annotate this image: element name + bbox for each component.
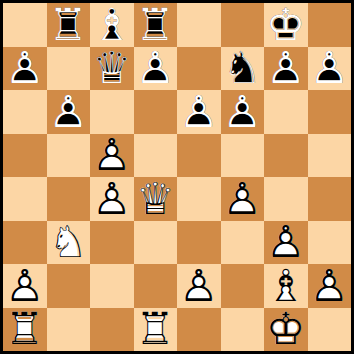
piece-glyph-detail: ♕︎ (90, 47, 134, 91)
square-b3[interactable]: ♞︎♘︎ (47, 221, 91, 265)
square-b1[interactable] (47, 308, 91, 352)
square-d5[interactable] (134, 134, 178, 178)
piece-glyph-detail: ♙︎ (134, 47, 178, 91)
piece-glyph-detail: ♙︎ (47, 90, 91, 134)
piece-glyph-base: ♟︎ (308, 264, 352, 308)
square-f4[interactable]: ♟︎♙︎ (221, 177, 265, 221)
piece-glyph-base: ♜︎ (134, 308, 178, 352)
black-pawn-piece[interactable]: ♟︎♙︎ (221, 90, 265, 134)
chess-board: ♜︎♖︎♝︎♗︎♜︎♖︎♚︎♔︎♟︎♙︎♛︎♕︎♟︎♙︎♞︎♘︎♟︎♙︎♟︎♙︎… (3, 3, 351, 351)
square-c5[interactable]: ♟︎♙︎ (90, 134, 134, 178)
piece-glyph-detail: ♙︎ (3, 47, 47, 91)
square-c2[interactable] (90, 264, 134, 308)
piece-glyph-base: ♟︎ (134, 47, 178, 91)
piece-glyph-base: ♝︎ (90, 3, 134, 47)
square-d4[interactable]: ♛︎♕︎ (134, 177, 178, 221)
square-a4[interactable] (3, 177, 47, 221)
white-pawn-piece[interactable]: ♟︎♙︎ (90, 134, 134, 178)
square-h2[interactable]: ♟︎♙︎ (308, 264, 352, 308)
square-b8[interactable]: ♜︎♖︎ (47, 3, 91, 47)
square-f7[interactable]: ♞︎♘︎ (221, 47, 265, 91)
piece-glyph-base: ♟︎ (221, 177, 265, 221)
square-c3[interactable] (90, 221, 134, 265)
square-b4[interactable] (47, 177, 91, 221)
piece-glyph-base: ♜︎ (47, 3, 91, 47)
square-f8[interactable] (221, 3, 265, 47)
piece-glyph-base: ♟︎ (264, 221, 308, 265)
black-rook-piece[interactable]: ♜︎♖︎ (134, 3, 178, 47)
square-f1[interactable] (221, 308, 265, 352)
black-pawn-piece[interactable]: ♟︎♙︎ (177, 90, 221, 134)
piece-glyph-base: ♟︎ (3, 47, 47, 91)
chess-board-frame: ♜︎♖︎♝︎♗︎♜︎♖︎♚︎♔︎♟︎♙︎♛︎♕︎♟︎♙︎♞︎♘︎♟︎♙︎♟︎♙︎… (0, 0, 354, 354)
square-a7[interactable]: ♟︎♙︎ (3, 47, 47, 91)
piece-glyph-detail: ♖︎ (134, 308, 178, 352)
square-e2[interactable]: ♟︎♙︎ (177, 264, 221, 308)
square-g7[interactable]: ♟︎♙︎ (264, 47, 308, 91)
piece-glyph-base: ♟︎ (90, 134, 134, 178)
square-b5[interactable] (47, 134, 91, 178)
square-h6[interactable] (308, 90, 352, 134)
square-f2[interactable] (221, 264, 265, 308)
square-c8[interactable]: ♝︎♗︎ (90, 3, 134, 47)
square-f6[interactable]: ♟︎♙︎ (221, 90, 265, 134)
square-g2[interactable]: ♝︎♗︎ (264, 264, 308, 308)
square-b6[interactable]: ♟︎♙︎ (47, 90, 91, 134)
square-c6[interactable] (90, 90, 134, 134)
piece-glyph-detail: ♖︎ (134, 3, 178, 47)
white-pawn-piece[interactable]: ♟︎♙︎ (221, 177, 265, 221)
piece-glyph-detail: ♙︎ (308, 264, 352, 308)
square-h8[interactable] (308, 3, 352, 47)
black-rook-piece[interactable]: ♜︎♖︎ (47, 3, 91, 47)
square-a5[interactable] (3, 134, 47, 178)
square-g1[interactable]: ♚︎♔︎ (264, 308, 308, 352)
square-d3[interactable] (134, 221, 178, 265)
square-g4[interactable] (264, 177, 308, 221)
square-e7[interactable] (177, 47, 221, 91)
square-c7[interactable]: ♛︎♕︎ (90, 47, 134, 91)
square-d1[interactable]: ♜︎♖︎ (134, 308, 178, 352)
black-queen-piece[interactable]: ♛︎♕︎ (90, 47, 134, 91)
white-king-piece[interactable]: ♚︎♔︎ (264, 308, 308, 352)
piece-glyph-detail: ♙︎ (221, 177, 265, 221)
square-g5[interactable] (264, 134, 308, 178)
piece-glyph-base: ♚︎ (264, 3, 308, 47)
white-pawn-piece[interactable]: ♟︎♙︎ (264, 221, 308, 265)
square-b7[interactable] (47, 47, 91, 91)
piece-glyph-detail: ♘︎ (47, 221, 91, 265)
square-g3[interactable]: ♟︎♙︎ (264, 221, 308, 265)
square-e3[interactable] (177, 221, 221, 265)
square-a8[interactable] (3, 3, 47, 47)
square-h1[interactable] (308, 308, 352, 352)
piece-glyph-detail: ♖︎ (3, 308, 47, 352)
piece-glyph-base: ♟︎ (47, 90, 91, 134)
square-a3[interactable] (3, 221, 47, 265)
piece-glyph-detail: ♙︎ (90, 134, 134, 178)
square-g6[interactable] (264, 90, 308, 134)
piece-glyph-base: ♟︎ (264, 47, 308, 91)
piece-glyph-detail: ♔︎ (264, 308, 308, 352)
square-h7[interactable]: ♟︎♙︎ (308, 47, 352, 91)
piece-glyph-base: ♟︎ (177, 264, 221, 308)
piece-glyph-detail: ♙︎ (221, 90, 265, 134)
square-c1[interactable] (90, 308, 134, 352)
piece-glyph-detail: ♙︎ (3, 264, 47, 308)
black-bishop-piece[interactable]: ♝︎♗︎ (90, 3, 134, 47)
square-b2[interactable] (47, 264, 91, 308)
square-a1[interactable]: ♜︎♖︎ (3, 308, 47, 352)
square-c4[interactable]: ♟︎♙︎ (90, 177, 134, 221)
black-king-piece[interactable]: ♚︎♔︎ (264, 3, 308, 47)
piece-glyph-detail: ♘︎ (221, 47, 265, 91)
square-h4[interactable] (308, 177, 352, 221)
piece-glyph-base: ♞︎ (47, 221, 91, 265)
square-h5[interactable] (308, 134, 352, 178)
piece-glyph-detail: ♔︎ (264, 3, 308, 47)
square-a2[interactable]: ♟︎♙︎ (3, 264, 47, 308)
piece-glyph-detail: ♙︎ (177, 90, 221, 134)
piece-glyph-detail: ♙︎ (264, 221, 308, 265)
piece-glyph-base: ♝︎ (264, 264, 308, 308)
white-pawn-piece[interactable]: ♟︎♙︎ (90, 177, 134, 221)
square-d6[interactable] (134, 90, 178, 134)
piece-glyph-detail: ♗︎ (90, 3, 134, 47)
piece-glyph-base: ♟︎ (3, 264, 47, 308)
white-pawn-piece[interactable]: ♟︎♙︎ (308, 264, 352, 308)
square-e1[interactable] (177, 308, 221, 352)
square-d8[interactable]: ♜︎♖︎ (134, 3, 178, 47)
square-e5[interactable] (177, 134, 221, 178)
piece-glyph-detail: ♙︎ (308, 47, 352, 91)
piece-glyph-base: ♞︎ (221, 47, 265, 91)
black-pawn-piece[interactable]: ♟︎♙︎ (264, 47, 308, 91)
square-e8[interactable] (177, 3, 221, 47)
black-pawn-piece[interactable]: ♟︎♙︎ (3, 47, 47, 91)
piece-glyph-detail: ♙︎ (177, 264, 221, 308)
white-bishop-piece[interactable]: ♝︎♗︎ (264, 264, 308, 308)
square-f5[interactable] (221, 134, 265, 178)
black-knight-piece[interactable]: ♞︎♘︎ (221, 47, 265, 91)
square-d7[interactable]: ♟︎♙︎ (134, 47, 178, 91)
square-g8[interactable]: ♚︎♔︎ (264, 3, 308, 47)
piece-glyph-base: ♜︎ (3, 308, 47, 352)
white-queen-piece[interactable]: ♛︎♕︎ (134, 177, 178, 221)
piece-glyph-detail: ♕︎ (134, 177, 178, 221)
piece-glyph-base: ♟︎ (308, 47, 352, 91)
white-pawn-piece[interactable]: ♟︎♙︎ (177, 264, 221, 308)
piece-glyph-base: ♟︎ (221, 90, 265, 134)
piece-glyph-base: ♛︎ (90, 47, 134, 91)
black-pawn-piece[interactable]: ♟︎♙︎ (47, 90, 91, 134)
piece-glyph-detail: ♙︎ (90, 177, 134, 221)
square-e4[interactable] (177, 177, 221, 221)
piece-glyph-detail: ♙︎ (264, 47, 308, 91)
white-pawn-piece[interactable]: ♟︎♙︎ (3, 264, 47, 308)
white-rook-piece[interactable]: ♜︎♖︎ (3, 308, 47, 352)
white-knight-piece[interactable]: ♞︎♘︎ (47, 221, 91, 265)
square-a6[interactable] (3, 90, 47, 134)
white-rook-piece[interactable]: ♜︎♖︎ (134, 308, 178, 352)
piece-glyph-detail: ♗︎ (264, 264, 308, 308)
square-h3[interactable] (308, 221, 352, 265)
piece-glyph-base: ♜︎ (134, 3, 178, 47)
square-d2[interactable] (134, 264, 178, 308)
piece-glyph-base: ♟︎ (177, 90, 221, 134)
black-pawn-piece[interactable]: ♟︎♙︎ (308, 47, 352, 91)
piece-glyph-base: ♟︎ (90, 177, 134, 221)
piece-glyph-base: ♚︎ (264, 308, 308, 352)
piece-glyph-detail: ♖︎ (47, 3, 91, 47)
black-pawn-piece[interactable]: ♟︎♙︎ (134, 47, 178, 91)
square-f3[interactable] (221, 221, 265, 265)
square-e6[interactable]: ♟︎♙︎ (177, 90, 221, 134)
piece-glyph-base: ♛︎ (134, 177, 178, 221)
